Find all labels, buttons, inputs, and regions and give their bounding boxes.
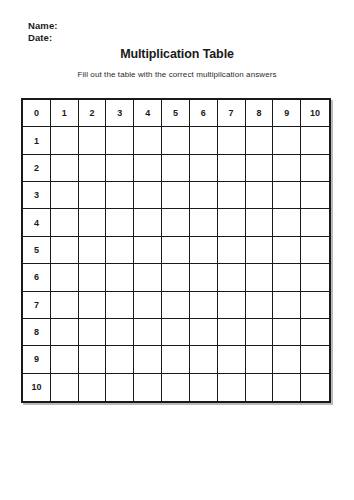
- answer-cell[interactable]: [218, 237, 246, 264]
- answer-cell[interactable]: [162, 182, 190, 209]
- answer-cell[interactable]: [79, 346, 107, 373]
- col-header-cell: 0: [23, 100, 51, 127]
- answer-cell[interactable]: [79, 155, 107, 182]
- row-header-cell: 4: [23, 209, 51, 236]
- answer-cell[interactable]: [273, 155, 301, 182]
- answer-cell[interactable]: [162, 319, 190, 346]
- student-info: Name: Date:: [28, 20, 58, 44]
- answer-cell[interactable]: [51, 182, 79, 209]
- answer-cell[interactable]: [190, 346, 218, 373]
- row-header-cell: 7: [23, 292, 51, 319]
- row-header-cell: 6: [23, 264, 51, 291]
- answer-cell[interactable]: [246, 209, 274, 236]
- row-header-cell: 8: [23, 319, 51, 346]
- answer-cell[interactable]: [218, 292, 246, 319]
- col-header-cell: 3: [106, 100, 134, 127]
- col-header-cell: 8: [246, 100, 274, 127]
- worksheet-page: Name: Date: Multiplication Table Fill ou…: [0, 0, 354, 500]
- answer-cell[interactable]: [162, 155, 190, 182]
- date-label[interactable]: Date:: [28, 32, 58, 44]
- answer-cell[interactable]: [162, 127, 190, 154]
- answer-cell[interactable]: [273, 292, 301, 319]
- answer-cell[interactable]: [106, 374, 134, 401]
- col-header-cell: 9: [273, 100, 301, 127]
- answer-cell[interactable]: [134, 182, 162, 209]
- answer-cell[interactable]: [301, 209, 329, 236]
- answer-cell[interactable]: [51, 374, 79, 401]
- answer-cell[interactable]: [301, 182, 329, 209]
- answer-cell[interactable]: [134, 374, 162, 401]
- answer-cell[interactable]: [134, 319, 162, 346]
- col-header-cell: 1: [51, 100, 79, 127]
- answer-cell[interactable]: [51, 292, 79, 319]
- answer-cell[interactable]: [190, 264, 218, 291]
- col-header-cell: 10: [301, 100, 329, 127]
- answer-cell[interactable]: [301, 264, 329, 291]
- answer-cell[interactable]: [218, 264, 246, 291]
- answer-cell[interactable]: [51, 264, 79, 291]
- col-header-cell: 6: [190, 100, 218, 127]
- row-header-cell: 1: [23, 127, 51, 154]
- answer-cell[interactable]: [218, 209, 246, 236]
- multiplication-grid: 01234567891012345678910: [21, 98, 331, 403]
- answer-cell[interactable]: [246, 237, 274, 264]
- answer-cell[interactable]: [246, 292, 274, 319]
- answer-cell[interactable]: [273, 182, 301, 209]
- answer-cell[interactable]: [134, 237, 162, 264]
- answer-cell[interactable]: [51, 237, 79, 264]
- answer-cell[interactable]: [190, 209, 218, 236]
- answer-cell[interactable]: [106, 155, 134, 182]
- answer-cell[interactable]: [273, 264, 301, 291]
- answer-cell[interactable]: [51, 346, 79, 373]
- answer-cell[interactable]: [106, 209, 134, 236]
- answer-cell[interactable]: [246, 182, 274, 209]
- answer-cell[interactable]: [134, 346, 162, 373]
- answer-cell[interactable]: [190, 237, 218, 264]
- answer-cell[interactable]: [134, 127, 162, 154]
- answer-cell[interactable]: [106, 319, 134, 346]
- answer-cell[interactable]: [218, 155, 246, 182]
- answer-cell[interactable]: [106, 237, 134, 264]
- answer-cell[interactable]: [190, 374, 218, 401]
- answer-cell[interactable]: [246, 155, 274, 182]
- answer-cell[interactable]: [79, 209, 107, 236]
- answer-cell[interactable]: [106, 182, 134, 209]
- answer-cell[interactable]: [301, 155, 329, 182]
- col-header-cell: 5: [162, 100, 190, 127]
- answer-cell[interactable]: [273, 319, 301, 346]
- answer-cell[interactable]: [273, 237, 301, 264]
- answer-cell[interactable]: [162, 209, 190, 236]
- name-label[interactable]: Name:: [28, 20, 58, 32]
- col-header-cell: 4: [134, 100, 162, 127]
- row-header-cell: 2: [23, 155, 51, 182]
- answer-cell[interactable]: [79, 292, 107, 319]
- answer-cell[interactable]: [246, 346, 274, 373]
- answer-cell[interactable]: [246, 374, 274, 401]
- answer-cell[interactable]: [79, 319, 107, 346]
- col-header-cell: 7: [218, 100, 246, 127]
- answer-cell[interactable]: [273, 127, 301, 154]
- answer-cell[interactable]: [162, 346, 190, 373]
- answer-cell[interactable]: [79, 264, 107, 291]
- answer-cell[interactable]: [301, 374, 329, 401]
- row-header-cell: 10: [23, 374, 51, 401]
- instructions-text: Fill out the table with the correct mult…: [0, 70, 354, 79]
- answer-cell[interactable]: [106, 292, 134, 319]
- answer-cell[interactable]: [51, 155, 79, 182]
- answer-cell[interactable]: [134, 209, 162, 236]
- answer-cell[interactable]: [301, 319, 329, 346]
- answer-cell[interactable]: [79, 127, 107, 154]
- answer-cell[interactable]: [218, 346, 246, 373]
- answer-cell[interactable]: [79, 237, 107, 264]
- row-header-cell: 5: [23, 237, 51, 264]
- answer-cell[interactable]: [106, 264, 134, 291]
- answer-cell[interactable]: [134, 155, 162, 182]
- answer-cell[interactable]: [190, 292, 218, 319]
- answer-cell[interactable]: [246, 264, 274, 291]
- col-header-cell: 2: [79, 100, 107, 127]
- answer-cell[interactable]: [301, 237, 329, 264]
- answer-cell[interactable]: [106, 127, 134, 154]
- answer-cell[interactable]: [301, 292, 329, 319]
- answer-cell[interactable]: [106, 346, 134, 373]
- answer-cell[interactable]: [190, 155, 218, 182]
- answer-cell[interactable]: [190, 319, 218, 346]
- answer-cell[interactable]: [273, 209, 301, 236]
- answer-cell[interactable]: [273, 374, 301, 401]
- answer-cell[interactable]: [246, 319, 274, 346]
- answer-cell[interactable]: [273, 346, 301, 373]
- answer-cell[interactable]: [162, 237, 190, 264]
- answer-cell[interactable]: [51, 319, 79, 346]
- answer-cell[interactable]: [246, 127, 274, 154]
- answer-cell[interactable]: [79, 182, 107, 209]
- answer-cell[interactable]: [162, 374, 190, 401]
- answer-cell[interactable]: [162, 292, 190, 319]
- answer-cell[interactable]: [134, 264, 162, 291]
- page-title: Multiplication Table: [0, 47, 354, 61]
- answer-cell[interactable]: [190, 127, 218, 154]
- answer-cell[interactable]: [301, 346, 329, 373]
- answer-cell[interactable]: [190, 182, 218, 209]
- answer-cell[interactable]: [218, 319, 246, 346]
- answer-cell[interactable]: [301, 127, 329, 154]
- answer-cell[interactable]: [218, 182, 246, 209]
- answer-cell[interactable]: [218, 127, 246, 154]
- row-header-cell: 9: [23, 346, 51, 373]
- answer-cell[interactable]: [79, 374, 107, 401]
- answer-cell[interactable]: [51, 127, 79, 154]
- answer-cell[interactable]: [162, 264, 190, 291]
- row-header-cell: 3: [23, 182, 51, 209]
- answer-cell[interactable]: [134, 292, 162, 319]
- answer-cell[interactable]: [218, 374, 246, 401]
- answer-cell[interactable]: [51, 209, 79, 236]
